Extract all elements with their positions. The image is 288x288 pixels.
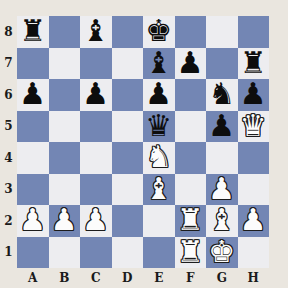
square-e8[interactable]: ♚	[143, 16, 175, 48]
square-a2[interactable]: ♟	[17, 205, 49, 237]
chess-diagram: 87654321 ♜♝♚♝♟♜♟♟♟♞♟♛♟♛♞♝♟♟♟♟♜♝♟♜♚ ABCDE…	[0, 0, 288, 288]
piece-bb[interactable]: ♝	[145, 47, 172, 79]
file-label-c: C	[80, 268, 112, 287]
square-d6[interactable]	[112, 79, 144, 111]
square-g8[interactable]	[206, 16, 238, 48]
square-d3[interactable]	[112, 174, 144, 206]
rank-label-2: 2	[0, 205, 17, 237]
square-c5[interactable]	[80, 111, 112, 143]
square-e5[interactable]: ♛	[143, 111, 175, 143]
square-a5[interactable]	[17, 111, 49, 143]
piece-wn[interactable]: ♞	[145, 141, 172, 173]
square-b6[interactable]	[49, 79, 81, 111]
square-a7[interactable]	[17, 48, 49, 80]
square-c3[interactable]	[80, 174, 112, 206]
rank-label-4: 4	[0, 142, 17, 174]
square-a6[interactable]: ♟	[17, 79, 49, 111]
rank-label-6: 6	[0, 79, 17, 111]
square-e2[interactable]	[143, 205, 175, 237]
square-f1[interactable]: ♜	[175, 237, 207, 269]
piece-br[interactable]: ♜	[19, 15, 46, 47]
square-f3[interactable]	[175, 174, 207, 206]
square-h7[interactable]: ♜	[238, 48, 270, 80]
square-b2[interactable]: ♟	[49, 205, 81, 237]
file-label-d: D	[112, 268, 144, 287]
square-b1[interactable]	[49, 237, 81, 269]
piece-bp[interactable]: ♟	[240, 78, 267, 110]
piece-wb[interactable]: ♝	[145, 173, 172, 205]
square-g7[interactable]	[206, 48, 238, 80]
square-d4[interactable]	[112, 142, 144, 174]
square-f5[interactable]	[175, 111, 207, 143]
square-h4[interactable]	[238, 142, 270, 174]
chess-board: ♜♝♚♝♟♜♟♟♟♞♟♛♟♛♞♝♟♟♟♟♜♝♟♜♚	[17, 16, 269, 268]
rank-label-7: 7	[0, 48, 17, 80]
piece-bp[interactable]: ♟	[19, 78, 46, 110]
square-a4[interactable]	[17, 142, 49, 174]
piece-wr[interactable]: ♜	[177, 236, 204, 268]
piece-wp[interactable]: ♟	[82, 204, 109, 236]
square-e6[interactable]: ♟	[143, 79, 175, 111]
square-h3[interactable]	[238, 174, 270, 206]
square-b3[interactable]	[49, 174, 81, 206]
square-e1[interactable]	[143, 237, 175, 269]
file-labels: ABCDEFGH	[17, 268, 269, 287]
square-a3[interactable]	[17, 174, 49, 206]
square-h6[interactable]: ♟	[238, 79, 270, 111]
square-a1[interactable]	[17, 237, 49, 269]
square-e7[interactable]: ♝	[143, 48, 175, 80]
square-d7[interactable]	[112, 48, 144, 80]
square-g3[interactable]: ♟	[206, 174, 238, 206]
piece-wp[interactable]: ♟	[208, 173, 235, 205]
square-d1[interactable]	[112, 237, 144, 269]
piece-bp[interactable]: ♟	[82, 78, 109, 110]
square-h2[interactable]: ♟	[238, 205, 270, 237]
square-b5[interactable]	[49, 111, 81, 143]
square-h5[interactable]: ♛	[238, 111, 270, 143]
square-c1[interactable]	[80, 237, 112, 269]
piece-wr[interactable]: ♜	[177, 204, 204, 236]
piece-wp[interactable]: ♟	[240, 204, 267, 236]
piece-wq[interactable]: ♛	[240, 110, 267, 142]
piece-bq[interactable]: ♛	[145, 110, 172, 142]
square-g2[interactable]: ♝	[206, 205, 238, 237]
square-h1[interactable]	[238, 237, 270, 269]
square-c2[interactable]: ♟	[80, 205, 112, 237]
piece-bp[interactable]: ♟	[177, 47, 204, 79]
square-d8[interactable]	[112, 16, 144, 48]
square-b7[interactable]	[49, 48, 81, 80]
square-f6[interactable]	[175, 79, 207, 111]
piece-br[interactable]: ♜	[240, 47, 267, 79]
square-c4[interactable]	[80, 142, 112, 174]
piece-wb[interactable]: ♝	[208, 204, 235, 236]
rank-label-5: 5	[0, 111, 17, 143]
square-e4[interactable]: ♞	[143, 142, 175, 174]
square-d2[interactable]	[112, 205, 144, 237]
square-a8[interactable]: ♜	[17, 16, 49, 48]
piece-bn[interactable]: ♞	[208, 78, 235, 110]
piece-bb[interactable]: ♝	[82, 15, 109, 47]
piece-bk[interactable]: ♚	[145, 15, 172, 47]
square-b4[interactable]	[49, 142, 81, 174]
piece-wp[interactable]: ♟	[19, 204, 46, 236]
piece-wp[interactable]: ♟	[51, 204, 78, 236]
square-c6[interactable]: ♟	[80, 79, 112, 111]
square-e3[interactable]: ♝	[143, 174, 175, 206]
piece-bp[interactable]: ♟	[145, 78, 172, 110]
square-d5[interactable]	[112, 111, 144, 143]
piece-bp[interactable]: ♟	[208, 110, 235, 142]
file-label-g: G	[206, 268, 238, 287]
square-g5[interactable]: ♟	[206, 111, 238, 143]
rank-labels: 87654321	[0, 16, 17, 268]
square-g6[interactable]: ♞	[206, 79, 238, 111]
square-f4[interactable]	[175, 142, 207, 174]
square-g4[interactable]	[206, 142, 238, 174]
square-h8[interactable]	[238, 16, 270, 48]
rank-label-8: 8	[0, 16, 17, 48]
file-label-f: F	[175, 268, 207, 287]
file-label-h: H	[238, 268, 270, 287]
square-c7[interactable]	[80, 48, 112, 80]
square-f2[interactable]: ♜	[175, 205, 207, 237]
square-c8[interactable]: ♝	[80, 16, 112, 48]
rank-label-3: 3	[0, 174, 17, 206]
file-label-a: A	[17, 268, 49, 287]
piece-wk[interactable]: ♚	[208, 236, 235, 268]
square-f7[interactable]: ♟	[175, 48, 207, 80]
square-b8[interactable]	[49, 16, 81, 48]
file-label-e: E	[143, 268, 175, 287]
rank-label-1: 1	[0, 237, 17, 269]
square-f8[interactable]	[175, 16, 207, 48]
file-label-b: B	[49, 268, 81, 287]
square-g1[interactable]: ♚	[206, 237, 238, 269]
